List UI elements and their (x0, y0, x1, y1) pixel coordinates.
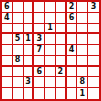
sudoku-cell-given[interactable]: 6 (34, 67, 45, 78)
sudoku-cell-empty[interactable] (13, 77, 24, 88)
sudoku-cell-empty[interactable] (34, 77, 45, 88)
sudoku-cell-empty[interactable] (2, 56, 13, 67)
sudoku-cell-given[interactable]: 2 (67, 2, 78, 13)
sudoku-cell-empty[interactable] (45, 77, 56, 88)
sudoku-cell-given[interactable]: 3 (88, 2, 99, 13)
sudoku-cell-empty[interactable] (67, 67, 78, 78)
sudoku-cell-empty[interactable] (45, 56, 56, 67)
sudoku-cell-empty[interactable] (13, 24, 24, 35)
sudoku-cell-empty[interactable] (56, 45, 67, 56)
sudoku-cell-empty[interactable] (45, 45, 56, 56)
sudoku-cell-empty[interactable] (2, 67, 13, 78)
sudoku-cell-empty[interactable] (77, 2, 88, 13)
sudoku-cell-empty[interactable] (88, 24, 99, 35)
sudoku-cell-empty[interactable] (34, 88, 45, 99)
sudoku-cell-empty[interactable] (56, 24, 67, 35)
sudoku-cell-empty[interactable] (2, 77, 13, 88)
sudoku-cell-empty[interactable] (56, 56, 67, 67)
sudoku-cell-empty[interactable] (13, 67, 24, 78)
sudoku-cell-given[interactable]: 6 (67, 13, 78, 24)
sudoku-cell-empty[interactable] (45, 13, 56, 24)
sudoku-cell-empty[interactable] (24, 24, 35, 35)
sudoku-cell-empty[interactable] (88, 13, 99, 24)
sudoku-cell-given[interactable]: 3 (34, 34, 45, 45)
sudoku-cell-empty[interactable] (24, 2, 35, 13)
sudoku-cell-given[interactable]: 6 (2, 2, 13, 13)
sudoku-cell-empty[interactable] (2, 88, 13, 99)
sudoku-cell-empty[interactable] (2, 45, 13, 56)
sudoku-cell-empty[interactable] (56, 34, 67, 45)
sudoku-cell-empty[interactable] (56, 88, 67, 99)
sudoku-cell-empty[interactable] (45, 34, 56, 45)
sudoku-cell-given[interactable]: 8 (13, 56, 24, 67)
sudoku-cell-given[interactable]: 7 (34, 45, 45, 56)
sudoku-cell-empty[interactable] (88, 56, 99, 67)
sudoku-cell-empty[interactable] (13, 13, 24, 24)
sudoku-cell-given[interactable]: 4 (67, 45, 78, 56)
sudoku-cell-empty[interactable] (2, 24, 13, 35)
sudoku-cell-empty[interactable] (77, 24, 88, 35)
sudoku-cell-empty[interactable] (45, 67, 56, 78)
sudoku-board: 62346151374862381 (0, 0, 101, 101)
sudoku-cell-given[interactable]: 1 (77, 88, 88, 99)
sudoku-cell-empty[interactable] (34, 2, 45, 13)
sudoku-cell-empty[interactable] (34, 24, 45, 35)
sudoku-cell-empty[interactable] (24, 67, 35, 78)
sudoku-cell-empty[interactable] (56, 13, 67, 24)
sudoku-cell-empty[interactable] (88, 77, 99, 88)
sudoku-cell-empty[interactable] (88, 67, 99, 78)
sudoku-cell-given[interactable]: 2 (56, 67, 67, 78)
sudoku-cell-empty[interactable] (88, 88, 99, 99)
sudoku-cell-empty[interactable] (34, 13, 45, 24)
sudoku-cell-empty[interactable] (77, 13, 88, 24)
sudoku-cell-empty[interactable] (13, 45, 24, 56)
sudoku-cell-empty[interactable] (45, 2, 56, 13)
sudoku-cell-empty[interactable] (77, 56, 88, 67)
sudoku-cell-empty[interactable] (67, 24, 78, 35)
sudoku-cell-empty[interactable] (67, 34, 78, 45)
sudoku-cell-empty[interactable] (77, 34, 88, 45)
sudoku-cell-empty[interactable] (13, 2, 24, 13)
sudoku-cell-given[interactable]: 1 (45, 24, 56, 35)
sudoku-cell-empty[interactable] (34, 56, 45, 67)
sudoku-cell-empty[interactable] (88, 45, 99, 56)
sudoku-cell-empty[interactable] (56, 2, 67, 13)
sudoku-cell-empty[interactable] (77, 67, 88, 78)
sudoku-cell-empty[interactable] (2, 34, 13, 45)
sudoku-cell-given[interactable]: 4 (2, 13, 13, 24)
sudoku-cell-empty[interactable] (24, 88, 35, 99)
sudoku-cell-empty[interactable] (45, 88, 56, 99)
sudoku-cell-empty[interactable] (88, 34, 99, 45)
sudoku-cell-empty[interactable] (24, 13, 35, 24)
sudoku-cell-empty[interactable] (67, 77, 78, 88)
sudoku-cell-given[interactable]: 5 (13, 34, 24, 45)
sudoku-cell-given[interactable]: 3 (24, 77, 35, 88)
sudoku-cell-empty[interactable] (13, 88, 24, 99)
sudoku-cell-given[interactable]: 8 (77, 77, 88, 88)
sudoku-cell-given[interactable]: 1 (24, 34, 35, 45)
sudoku-cell-empty[interactable] (24, 56, 35, 67)
sudoku-cell-empty[interactable] (24, 45, 35, 56)
sudoku-cell-empty[interactable] (56, 77, 67, 88)
sudoku-cell-empty[interactable] (77, 45, 88, 56)
sudoku-cell-empty[interactable] (67, 56, 78, 67)
sudoku-cell-empty[interactable] (67, 88, 78, 99)
